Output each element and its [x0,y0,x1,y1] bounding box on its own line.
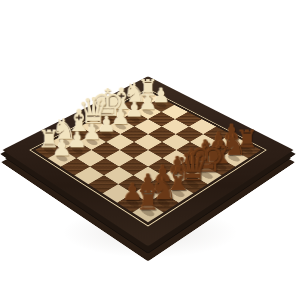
board-3d-tilt: ♜♟♟♜♞♟♟♞♝♟♟♝♚♟♟♚♛♟♟♛♝♟♟♝♞♟♟♞♜♟♟♜ [2,76,293,246]
square-a8: ♜ [132,202,163,222]
piece-white-pawn: ♟ [52,137,72,159]
board-frame: ♜♟♟♜♞♟♟♞♝♟♟♝♚♟♟♚♛♟♟♛♝♟♟♝♞♟♟♞♜♟♟♜ [2,76,293,246]
square-c4 [105,150,134,167]
square-a5 [88,175,118,193]
piece-black-rook: ♜ [136,186,161,213]
square-a4 [74,166,103,184]
chess-set-scene: ♜♟♟♜♞♟♟♞♝♟♟♝♚♟♟♚♛♟♟♛♝♟♟♝♞♟♟♞♜♟♟♜ [45,47,251,253]
product-photo-canvas: ♜♟♟♜♞♟♟♞♝♟♟♝♚♟♟♚♛♟♟♛♝♟♟♝♞♟♟♞♜♟♟♜ [0,0,300,300]
